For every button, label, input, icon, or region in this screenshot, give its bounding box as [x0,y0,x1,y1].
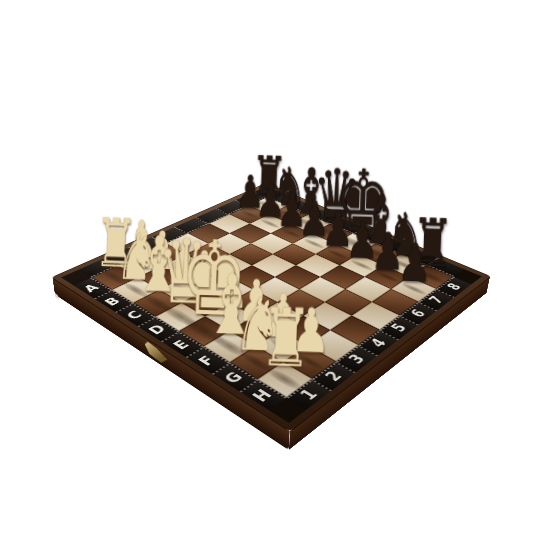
chess-board-3d: 87654321ABCDEFGH ♜♞♝♛♚♝♞♜♟♟♟♟♟♟♟♟♟♟♟♟♟♟♟… [52,183,490,430]
board-top-face: 87654321ABCDEFGH ♜♞♝♛♚♝♞♜♟♟♟♟♟♟♟♟♟♟♟♟♟♟♟… [52,183,490,430]
pawn-glyph: ♟ [390,235,439,289]
piece-white-rook-h1[interactable]: ♜ [246,298,326,381]
rook-glyph: ♜ [257,298,316,380]
piece-black-pawn-h7[interactable]: ♟ [381,235,448,290]
metal-corner-pin-icon [52,281,59,298]
product-photo-scene: 87654321ABCDEFGH ♜♞♝♛♚♝♞♜♟♟♟♟♟♟♟♟♟♟♟♟♟♟♟… [0,0,550,550]
